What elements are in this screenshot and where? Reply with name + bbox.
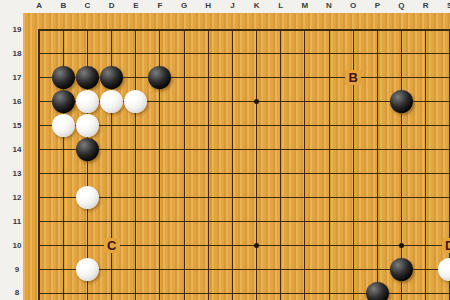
- row-label-15: 15: [8, 121, 26, 130]
- black-stone-q16: [390, 90, 413, 113]
- grid-line-row-15: [38, 125, 450, 126]
- column-label-S: S: [442, 1, 450, 10]
- grid-line-col-A: [38, 29, 40, 300]
- star-point-k10: [254, 243, 259, 248]
- grid-line-col-K: [256, 29, 257, 300]
- column-label-H: H: [200, 1, 216, 10]
- white-stone-d16: [100, 90, 123, 113]
- column-label-G: G: [176, 1, 192, 10]
- grid-line-col-G: [184, 29, 185, 300]
- column-label-B: B: [55, 1, 71, 10]
- black-stone-q9: [390, 258, 413, 281]
- go-diagram: BCD ABCDEFGHJKLMNOPQRS191817161514131211…: [0, 0, 450, 300]
- column-label-D: D: [104, 1, 120, 10]
- white-stone-e16: [124, 90, 147, 113]
- white-stone-c12: [76, 186, 99, 209]
- grid-line-row-18: [38, 53, 450, 54]
- row-label-18: 18: [8, 49, 26, 58]
- column-label-N: N: [321, 1, 337, 10]
- white-stone-c16: [76, 90, 99, 113]
- white-stone-b15: [52, 114, 75, 137]
- grid-line-row-12: [38, 197, 450, 198]
- grid-line-row-14: [38, 149, 450, 150]
- white-stone-s9: [438, 258, 450, 281]
- row-label-19: 19: [8, 25, 26, 34]
- column-label-E: E: [128, 1, 144, 10]
- black-stone-b17: [52, 66, 75, 89]
- grid-line-row-13: [38, 173, 450, 174]
- grid-line-row-10: [38, 245, 450, 246]
- grid-line-col-E: [135, 29, 136, 300]
- column-label-A: A: [31, 1, 47, 10]
- column-label-R: R: [418, 1, 434, 10]
- star-point-k16: [254, 99, 259, 104]
- go-board[interactable]: BCD: [23, 13, 450, 300]
- row-label-8: 8: [8, 288, 26, 297]
- grid-line-row-9: [38, 269, 450, 270]
- row-label-13: 13: [8, 169, 26, 178]
- grid-line-col-H: [208, 29, 209, 300]
- grid-line-col-P: [377, 29, 378, 300]
- column-label-O: O: [345, 1, 361, 10]
- black-stone-f17: [148, 66, 171, 89]
- white-stone-c9: [76, 258, 99, 281]
- row-label-9: 9: [8, 265, 26, 274]
- white-stone-c15: [76, 114, 99, 137]
- annotation-label-b[interactable]: B: [345, 70, 361, 85]
- black-stone-d17: [100, 66, 123, 89]
- star-point-q10: [399, 243, 404, 248]
- grid-line-row-11: [38, 221, 450, 222]
- row-label-17: 17: [8, 73, 26, 82]
- row-label-14: 14: [8, 145, 26, 154]
- row-label-12: 12: [8, 193, 26, 202]
- annotation-label-d[interactable]: D: [442, 238, 450, 253]
- column-label-M: M: [297, 1, 313, 10]
- black-stone-c17: [76, 66, 99, 89]
- annotation-label-c[interactable]: C: [104, 238, 120, 253]
- grid-line-col-M: [304, 29, 305, 300]
- row-label-16: 16: [8, 97, 26, 106]
- black-stone-b16: [52, 90, 75, 113]
- black-stone-p8: [366, 282, 389, 300]
- row-label-10: 10: [8, 241, 26, 250]
- black-stone-c14: [76, 138, 99, 161]
- column-label-L: L: [273, 1, 289, 10]
- grid-line-row-19: [38, 29, 450, 31]
- grid-line-col-N: [329, 29, 330, 300]
- grid-line-col-J: [232, 29, 233, 300]
- grid-line-col-L: [280, 29, 281, 300]
- column-label-F: F: [152, 1, 168, 10]
- column-label-C: C: [80, 1, 96, 10]
- column-label-J: J: [224, 1, 240, 10]
- column-label-Q: Q: [393, 1, 409, 10]
- column-label-P: P: [369, 1, 385, 10]
- column-label-K: K: [249, 1, 265, 10]
- row-label-11: 11: [8, 217, 26, 226]
- grid-line-col-R: [425, 29, 426, 300]
